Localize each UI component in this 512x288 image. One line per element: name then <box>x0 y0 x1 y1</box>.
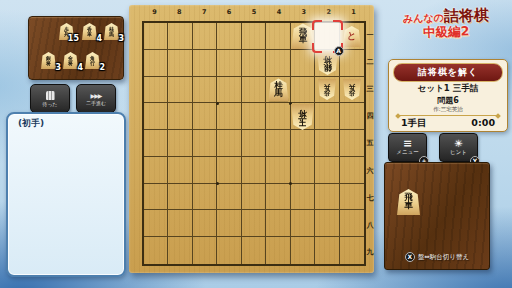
player-hand-tray: X 盤⇔駒台切り替え 飛車 <box>384 162 490 270</box>
board-cell[interactable] <box>168 130 192 157</box>
board-cell[interactable] <box>168 157 192 184</box>
piece-count-badge: 15 <box>68 34 79 43</box>
tray-piece[interactable]: 角行2 <box>85 52 100 69</box>
board-cell[interactable] <box>193 50 217 77</box>
rank-label: 四 <box>366 103 374 130</box>
board-cell[interactable] <box>291 157 315 184</box>
divider <box>398 115 498 116</box>
board-cell[interactable] <box>193 77 217 104</box>
forward-two-moves-button[interactable]: ▶▶▶ 二手進む <box>76 84 116 113</box>
tray-piece[interactable]: 銀将3 <box>41 52 56 69</box>
tray-piece[interactable]: 金将4 <box>63 52 78 69</box>
rank-label: 一 <box>366 21 374 48</box>
file-label: 6 <box>217 8 242 16</box>
menu-button[interactable]: ≡ メニュー + <box>388 133 427 162</box>
rank-label: 八 <box>366 212 374 239</box>
rank-label: 五 <box>366 130 374 157</box>
board-cell[interactable] <box>144 50 168 77</box>
board-cell[interactable] <box>168 184 192 211</box>
board-cell[interactable] <box>291 210 315 237</box>
board-cell[interactable] <box>193 237 217 264</box>
piece-count-badge: 3 <box>118 34 124 43</box>
board-cell[interactable] <box>291 77 315 104</box>
board-cell[interactable] <box>315 103 339 130</box>
board-cell[interactable] <box>242 77 266 104</box>
piece-kanji: 行 <box>90 61 95 66</box>
board-cell[interactable] <box>242 210 266 237</box>
piece-count-badge: 4 <box>96 34 102 43</box>
board-cell[interactable] <box>144 23 168 50</box>
board-cell[interactable] <box>144 157 168 184</box>
board-cell[interactable] <box>217 237 241 264</box>
star-point <box>216 182 219 185</box>
rank-coordinate-labels: 一二三四五六七八九 <box>366 21 374 266</box>
move-counter: 1手目 <box>401 117 427 130</box>
rank-label: 三 <box>366 75 374 102</box>
hand-icon <box>46 91 55 100</box>
board-cell[interactable] <box>242 237 266 264</box>
board-cell[interactable] <box>266 210 290 237</box>
file-label: 9 <box>142 8 167 16</box>
move-list-first-move-label: (初手) <box>8 114 124 130</box>
board-cell[interactable] <box>193 157 217 184</box>
problem-author-label: 作:三宅英治 <box>389 106 507 113</box>
rank-label: 六 <box>366 157 374 184</box>
star-point <box>216 102 219 105</box>
file-label: 5 <box>242 8 267 16</box>
fast-forward-icon: ▶▶▶ <box>91 92 102 99</box>
board-cell[interactable] <box>217 23 241 50</box>
piece-count-badge: 2 <box>99 63 105 72</box>
piece-kanji: 馬 <box>274 90 283 98</box>
board-cell[interactable] <box>315 157 339 184</box>
piece-kanji: 車 <box>299 36 308 44</box>
x-button-badge: X <box>405 252 415 262</box>
shogi-piece[interactable]: 金将 <box>63 52 78 69</box>
piece-kanji: 将 <box>68 61 73 66</box>
logo-title-main: 詰将棋 <box>444 6 489 25</box>
board-cell[interactable] <box>217 184 241 211</box>
board-cell[interactable] <box>242 130 266 157</box>
board-cell[interactable] <box>291 237 315 264</box>
file-label: 7 <box>192 8 217 16</box>
board-cell[interactable] <box>144 103 168 130</box>
board-cell[interactable] <box>266 50 290 77</box>
board-cell[interactable] <box>168 103 192 130</box>
board-cell[interactable] <box>217 103 241 130</box>
board-cell[interactable] <box>340 210 364 237</box>
board-cell[interactable] <box>291 50 315 77</box>
bulb-icon: ☀ <box>454 139 463 148</box>
board-cell[interactable] <box>217 210 241 237</box>
board-cell[interactable] <box>291 130 315 157</box>
selection-cursor[interactable]: A <box>315 23 339 50</box>
board-cell[interactable] <box>242 23 266 50</box>
shogi-piece[interactable]: 桂馬 <box>104 23 119 40</box>
board-cell[interactable] <box>144 210 168 237</box>
board-cell[interactable] <box>242 103 266 130</box>
board-cell[interactable] <box>266 130 290 157</box>
piece-kanji: 兵 <box>324 84 331 90</box>
piece-kanji: 馬 <box>109 32 114 37</box>
board-cell[interactable] <box>242 157 266 184</box>
board-cell[interactable] <box>193 130 217 157</box>
board-cell[interactable] <box>168 50 192 77</box>
shogi-board: 987654321 一二三四五六七八九 飛車と銀将桂馬歩兵歩兵玉将A <box>129 5 374 273</box>
board-grid: 飛車と銀将桂馬歩兵歩兵玉将A <box>142 21 366 266</box>
board-cell[interactable] <box>266 157 290 184</box>
file-label: 3 <box>291 8 316 16</box>
app-screen: 歩兵15香車4桂馬3銀将3金将4角行2 待った ▶▶▶ 二手進む (初手) 98… <box>0 0 512 288</box>
tray-piece[interactable]: 香車4 <box>82 23 97 40</box>
piece-kanji: 将 <box>299 109 308 117</box>
piece-count-badge: 4 <box>77 63 83 72</box>
board-cell[interactable] <box>144 184 168 211</box>
board-cell[interactable] <box>168 210 192 237</box>
board-cell[interactable] <box>144 237 168 264</box>
game-logo: みんなの詰将棋 中級編2 <box>384 4 509 42</box>
problem-set-label: セット1 三手詰 <box>389 83 507 95</box>
board-cell[interactable] <box>315 210 339 237</box>
board-cell[interactable] <box>168 77 192 104</box>
shogi-piece[interactable]: 香車 <box>82 23 97 40</box>
board-cell[interactable] <box>193 184 217 211</box>
shogi-piece[interactable]: 角行 <box>85 52 100 69</box>
board-cell[interactable] <box>266 237 290 264</box>
a-button-badge: A <box>334 46 344 56</box>
piece-kanji: 将 <box>323 55 332 63</box>
timer: 0:00 <box>471 117 495 130</box>
board-cell[interactable] <box>193 23 217 50</box>
board-cell[interactable] <box>242 184 266 211</box>
piece-kanji: 車 <box>404 202 413 210</box>
captured-pieces-tray: 歩兵15香車4桂馬3銀将3金将4角行2 <box>28 16 124 80</box>
board-cell[interactable] <box>340 50 364 77</box>
board-cell[interactable] <box>217 50 241 77</box>
board-cell[interactable] <box>193 103 217 130</box>
board-cell[interactable] <box>242 50 266 77</box>
file-label: 8 <box>167 8 192 16</box>
board-cell[interactable] <box>217 77 241 104</box>
logo-title-script: みんなの <box>403 12 444 24</box>
board-cell[interactable] <box>340 157 364 184</box>
shogi-piece[interactable]: 飛車 <box>397 189 420 215</box>
rank-label: 二 <box>366 48 374 75</box>
board-tray-switch-label[interactable]: 盤⇔駒台切り替え <box>418 253 469 262</box>
undo-button-label: 待った <box>42 101 57 107</box>
piece-kanji: 車 <box>87 32 92 37</box>
hint-button-label: ヒント <box>450 149 467 156</box>
board-cell[interactable] <box>168 237 192 264</box>
file-coordinate-labels: 987654321 <box>142 8 366 16</box>
board-cell[interactable] <box>291 184 315 211</box>
rank-label: 九 <box>366 239 374 266</box>
piece-kanji: と <box>347 32 357 41</box>
problem-number-label: 問題6 <box>389 95 507 106</box>
board-cell[interactable] <box>340 237 364 264</box>
menu-button-label: メニュー <box>396 149 418 156</box>
board-cell[interactable] <box>144 130 168 157</box>
board-cell[interactable] <box>340 184 364 211</box>
board-cell[interactable] <box>193 210 217 237</box>
board-cell[interactable] <box>266 23 290 50</box>
board-cell[interactable] <box>266 184 290 211</box>
board-cell[interactable] <box>266 103 290 130</box>
file-label: 4 <box>266 8 291 16</box>
problem-info-card: 詰将棋を解く セット1 三手詰 問題6 作:三宅英治 1手目 0:00 <box>388 59 508 132</box>
tray-piece[interactable]: 歩兵15 <box>59 23 74 40</box>
mode-banner: 詰将棋を解く <box>393 63 503 82</box>
board-cell[interactable] <box>217 130 241 157</box>
rank-label: 七 <box>366 184 374 211</box>
board-cell[interactable] <box>315 237 339 264</box>
move-list-panel: (初手) <box>6 112 126 277</box>
file-label: 2 <box>316 8 341 16</box>
menu-icon: ≡ <box>403 140 412 148</box>
board-cell[interactable] <box>168 23 192 50</box>
board-cell[interactable] <box>315 184 339 211</box>
piece-count-badge: 3 <box>55 63 61 72</box>
board-cell[interactable] <box>340 130 364 157</box>
board-cell[interactable] <box>217 157 241 184</box>
board-cell[interactable] <box>340 103 364 130</box>
forward-two-moves-label: 二手進む <box>86 100 106 106</box>
hint-button[interactable]: ☀ ヒント Y <box>439 133 478 162</box>
shogi-piece[interactable]: 銀将 <box>41 52 56 69</box>
file-label: 1 <box>341 8 366 16</box>
piece-kanji: 将 <box>46 61 51 66</box>
board-cell[interactable] <box>315 130 339 157</box>
undo-button[interactable]: 待った <box>30 84 70 113</box>
board-cell[interactable] <box>144 77 168 104</box>
tray-piece[interactable]: 桂馬3 <box>104 23 119 40</box>
piece-kanji: 兵 <box>349 84 356 90</box>
